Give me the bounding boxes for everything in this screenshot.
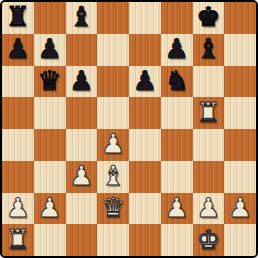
- square-a4[interactable]: [2, 129, 34, 161]
- chess-board: ♜♝♚♟♟♟♝♛♟♟♞♜♟♟♝♟♟♛♟♟♟♜♚: [0, 0, 258, 258]
- square-b1[interactable]: [34, 224, 66, 256]
- square-b4[interactable]: [34, 129, 66, 161]
- piece-white-pawn[interactable]: ♟: [165, 194, 189, 221]
- piece-black-knight[interactable]: ♞: [165, 67, 189, 94]
- piece-black-pawn[interactable]: ♟: [165, 35, 189, 62]
- square-g1[interactable]: ♚: [193, 224, 225, 256]
- piece-black-bishop[interactable]: ♝: [196, 35, 220, 62]
- square-e3[interactable]: [129, 161, 161, 193]
- piece-black-rook[interactable]: ♜: [6, 3, 30, 30]
- square-c3[interactable]: ♟: [66, 161, 98, 193]
- square-h2[interactable]: ♟: [224, 193, 256, 225]
- piece-white-pawn[interactable]: ♟: [6, 194, 30, 221]
- square-f1[interactable]: [161, 224, 193, 256]
- square-b2[interactable]: ♟: [34, 193, 66, 225]
- piece-white-rook[interactable]: ♜: [196, 99, 220, 126]
- square-f5[interactable]: [161, 97, 193, 129]
- square-h3[interactable]: [224, 161, 256, 193]
- square-c7[interactable]: [66, 34, 98, 66]
- piece-black-pawn[interactable]: ♟: [69, 67, 93, 94]
- square-e5[interactable]: [129, 97, 161, 129]
- square-g6[interactable]: [193, 66, 225, 98]
- piece-white-pawn[interactable]: ♟: [228, 194, 252, 221]
- piece-white-pawn[interactable]: ♟: [101, 130, 125, 157]
- piece-black-pawn[interactable]: ♟: [133, 67, 157, 94]
- square-h7[interactable]: [224, 34, 256, 66]
- square-d6[interactable]: [97, 66, 129, 98]
- square-c6[interactable]: ♟: [66, 66, 98, 98]
- piece-white-bishop[interactable]: ♝: [101, 162, 125, 189]
- square-a1[interactable]: ♜: [2, 224, 34, 256]
- square-a6[interactable]: [2, 66, 34, 98]
- square-b3[interactable]: [34, 161, 66, 193]
- piece-white-king[interactable]: ♚: [196, 226, 220, 253]
- square-f4[interactable]: [161, 129, 193, 161]
- square-h5[interactable]: [224, 97, 256, 129]
- square-g5[interactable]: ♜: [193, 97, 225, 129]
- square-e8[interactable]: [129, 2, 161, 34]
- square-b7[interactable]: ♟: [34, 34, 66, 66]
- piece-black-bishop[interactable]: ♝: [69, 3, 93, 30]
- board-grid: ♜♝♚♟♟♟♝♛♟♟♞♜♟♟♝♟♟♛♟♟♟♜♚: [2, 2, 256, 256]
- square-c8[interactable]: ♝: [66, 2, 98, 34]
- piece-white-pawn[interactable]: ♟: [38, 194, 62, 221]
- piece-white-pawn[interactable]: ♟: [196, 194, 220, 221]
- square-g3[interactable]: [193, 161, 225, 193]
- square-f2[interactable]: ♟: [161, 193, 193, 225]
- square-f6[interactable]: ♞: [161, 66, 193, 98]
- square-c2[interactable]: [66, 193, 98, 225]
- square-g7[interactable]: ♝: [193, 34, 225, 66]
- piece-black-pawn[interactable]: ♟: [38, 35, 62, 62]
- piece-black-king[interactable]: ♚: [196, 3, 220, 30]
- square-h1[interactable]: [224, 224, 256, 256]
- square-d5[interactable]: [97, 97, 129, 129]
- square-d3[interactable]: ♝: [97, 161, 129, 193]
- square-f7[interactable]: ♟: [161, 34, 193, 66]
- square-b6[interactable]: ♛: [34, 66, 66, 98]
- square-d8[interactable]: [97, 2, 129, 34]
- square-c4[interactable]: [66, 129, 98, 161]
- square-f8[interactable]: [161, 2, 193, 34]
- square-b5[interactable]: [34, 97, 66, 129]
- square-a5[interactable]: [2, 97, 34, 129]
- square-e6[interactable]: ♟: [129, 66, 161, 98]
- square-d1[interactable]: [97, 224, 129, 256]
- square-a3[interactable]: [2, 161, 34, 193]
- square-e7[interactable]: [129, 34, 161, 66]
- square-c1[interactable]: [66, 224, 98, 256]
- square-b8[interactable]: [34, 2, 66, 34]
- square-g8[interactable]: ♚: [193, 2, 225, 34]
- square-e4[interactable]: [129, 129, 161, 161]
- piece-white-pawn[interactable]: ♟: [69, 162, 93, 189]
- square-e2[interactable]: [129, 193, 161, 225]
- square-d7[interactable]: [97, 34, 129, 66]
- square-g2[interactable]: ♟: [193, 193, 225, 225]
- square-a2[interactable]: ♟: [2, 193, 34, 225]
- square-d4[interactable]: ♟: [97, 129, 129, 161]
- square-a7[interactable]: ♟: [2, 34, 34, 66]
- square-f3[interactable]: [161, 161, 193, 193]
- square-g4[interactable]: [193, 129, 225, 161]
- square-d2[interactable]: ♛: [97, 193, 129, 225]
- piece-black-queen[interactable]: ♛: [38, 67, 62, 94]
- piece-white-rook[interactable]: ♜: [6, 226, 30, 253]
- piece-white-queen[interactable]: ♛: [101, 194, 125, 221]
- square-h4[interactable]: [224, 129, 256, 161]
- square-c5[interactable]: [66, 97, 98, 129]
- square-h6[interactable]: [224, 66, 256, 98]
- square-e1[interactable]: [129, 224, 161, 256]
- piece-black-pawn[interactable]: ♟: [6, 35, 30, 62]
- square-h8[interactable]: [224, 2, 256, 34]
- square-a8[interactable]: ♜: [2, 2, 34, 34]
